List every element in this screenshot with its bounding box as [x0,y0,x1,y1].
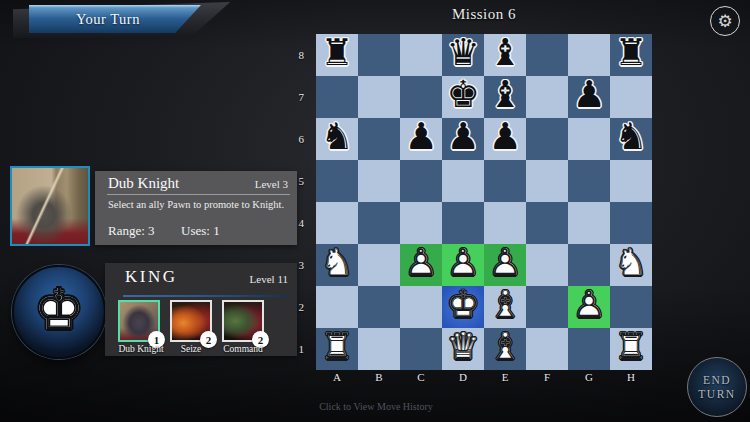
white-knight-piece: ♞♘ [610,244,652,286]
square-a7[interactable] [316,76,358,118]
square-g4[interactable] [568,202,610,244]
square-b1[interactable] [358,328,400,370]
square-h2[interactable] [610,286,652,328]
black-bishop-piece: ♝ [484,76,526,118]
square-g2[interactable]: ♟♙ [568,286,610,328]
card-slot-command[interactable]: 2 [222,300,264,342]
square-g8[interactable] [568,34,610,76]
white-pawn-piece: ♟♙ [484,244,526,286]
turn-banner-label: Your Turn [76,11,154,28]
king-emblem[interactable]: ♚ ♔ [12,265,106,359]
white-rook-piece: ♜♖ [316,328,358,370]
white-queen-piece: ♛♕ [442,328,484,370]
square-b7[interactable] [358,76,400,118]
end-turn-label-line1: END [703,373,731,387]
black-queen-piece: ♛ [442,34,484,76]
square-g6[interactable] [568,118,610,160]
square-b4[interactable] [358,202,400,244]
king-emblem-icon-detail: ♔ [34,282,84,338]
square-e4[interactable] [484,202,526,244]
square-d2[interactable]: ♚♔ [442,286,484,328]
square-a2[interactable] [316,286,358,328]
end-turn-button[interactable]: END TURN [687,357,747,417]
white-knight-piece: ♞♘ [316,244,358,286]
rank-label-8: 8 [290,34,310,76]
file-label-d: D [442,371,484,387]
black-knight-piece: ♞ [316,118,358,160]
square-e2[interactable]: ♝♗ [484,286,526,328]
square-d6[interactable]: ♟ [442,118,484,160]
black-king-piece: ♚ [442,76,484,118]
white-bishop-piece: ♝♗ [484,328,526,370]
file-label-g: G [568,371,610,387]
rank-label-6: 6 [290,118,310,160]
card-thumbnail-art [12,168,88,244]
square-f2[interactable] [526,286,568,328]
king-panel-level: Level 11 [250,273,288,285]
card-title: Dub Knight [108,175,179,192]
white-pawn-piece: ♟♙ [568,286,610,328]
move-history-link[interactable]: Click to View Move History [276,401,476,412]
square-f1[interactable] [526,328,568,370]
square-h4[interactable] [610,202,652,244]
card-slot-label: Seize [181,344,202,354]
square-h6[interactable]: ♞ [610,118,652,160]
file-labels: ABCDEFGH [316,371,652,387]
square-b2[interactable] [358,286,400,328]
square-f7[interactable] [526,76,568,118]
square-d4[interactable] [442,202,484,244]
square-h7[interactable] [610,76,652,118]
black-rook-piece: ♜ [316,34,358,76]
square-g3[interactable] [568,244,610,286]
square-c5[interactable] [400,160,442,202]
card-thumbnail[interactable] [10,166,90,246]
square-e8[interactable]: ♝ [484,34,526,76]
square-g5[interactable] [568,160,610,202]
settings-button[interactable]: ⚙ [710,6,740,36]
white-rook-piece: ♜♖ [610,328,652,370]
square-g7[interactable]: ♟ [568,76,610,118]
square-e1[interactable]: ♝♗ [484,328,526,370]
square-d5[interactable] [442,160,484,202]
black-pawn-piece: ♟ [442,118,484,160]
black-pawn-piece: ♟ [568,76,610,118]
black-rook-piece: ♜ [610,34,652,76]
square-c6[interactable]: ♟ [400,118,442,160]
square-b5[interactable] [358,160,400,202]
square-d1[interactable]: ♛♕ [442,328,484,370]
black-bishop-piece: ♝ [484,34,526,76]
square-c3[interactable]: ♟♙ [400,244,442,286]
square-a5[interactable] [316,160,358,202]
rank-label-7: 7 [290,76,310,118]
game-screen: Your Turn Mission 6 ⚙ 87654321 ♜♛♝♜♚♝♟♞♟… [0,0,750,422]
square-a3[interactable]: ♞♘ [316,244,358,286]
card-count-badge: 2 [200,331,217,348]
card-slot-label: Command [223,344,263,354]
card-divider [107,194,290,195]
square-e6[interactable]: ♟ [484,118,526,160]
square-c4[interactable] [400,202,442,244]
square-c8[interactable] [400,34,442,76]
square-d8[interactable]: ♛ [442,34,484,76]
gear-icon: ⚙ [717,13,732,30]
square-g1[interactable] [568,328,610,370]
card-slot-label: Dub Knight [118,344,163,354]
white-pawn-piece: ♟♙ [442,244,484,286]
card-uses: Uses: 1 [181,223,220,239]
file-label-a: A [316,371,358,387]
chess-board: ♜♛♝♜♚♝♟♞♟♟♟♞♞♘♟♙♟♙♟♙♞♘♚♔♝♗♟♙♜♖♛♕♝♗♜♖ [316,34,652,370]
square-h5[interactable] [610,160,652,202]
file-label-e: E [484,371,526,387]
square-d3[interactable]: ♟♙ [442,244,484,286]
card-slot-dub-knight[interactable]: 1 [118,300,160,342]
white-king-piece: ♚♔ [442,286,484,328]
white-pawn-piece: ♟♙ [400,244,442,286]
card-description: Select an ally Pawn to promote to Knight… [108,199,291,210]
square-a6[interactable]: ♞ [316,118,358,160]
square-c2[interactable] [400,286,442,328]
square-e3[interactable]: ♟♙ [484,244,526,286]
king-panel-divider [123,295,289,297]
square-c7[interactable] [400,76,442,118]
card-slot-seize[interactable]: 2 [170,300,212,342]
square-a1[interactable]: ♜♖ [316,328,358,370]
square-b8[interactable] [358,34,400,76]
file-label-f: F [526,371,568,387]
square-b3[interactable] [358,244,400,286]
square-h3[interactable]: ♞♘ [610,244,652,286]
black-pawn-piece: ♟ [400,118,442,160]
square-h1[interactable]: ♜♖ [610,328,652,370]
king-panel-title: KING [125,267,178,287]
mission-title: Mission 6 [384,6,584,23]
file-label-c: C [400,371,442,387]
end-turn-label-line2: TURN [698,387,735,401]
card-range: Range: 3 [108,223,155,239]
square-a4[interactable] [316,202,358,244]
black-knight-piece: ♞ [610,118,652,160]
square-d7[interactable]: ♚ [442,76,484,118]
square-e7[interactable]: ♝ [484,76,526,118]
file-label-h: H [610,371,652,387]
square-b6[interactable] [358,118,400,160]
square-a8[interactable]: ♜ [316,34,358,76]
square-h8[interactable]: ♜ [610,34,652,76]
square-f4[interactable] [526,202,568,244]
black-pawn-piece: ♟ [484,118,526,160]
card-level: Level 3 [255,178,288,190]
card-info-panel: Dub Knight Level 3 Select an ally Pawn t… [95,171,297,245]
white-bishop-piece: ♝♗ [484,286,526,328]
square-f5[interactable] [526,160,568,202]
square-f8[interactable] [526,34,568,76]
square-e5[interactable] [484,160,526,202]
square-f3[interactable] [526,244,568,286]
king-panel: KING Level 11 1 2 2 Dub Knight Seize Com… [105,263,297,356]
file-label-b: B [358,371,400,387]
square-c1[interactable] [400,328,442,370]
turn-banner: Your Turn [29,5,201,33]
square-f6[interactable] [526,118,568,160]
